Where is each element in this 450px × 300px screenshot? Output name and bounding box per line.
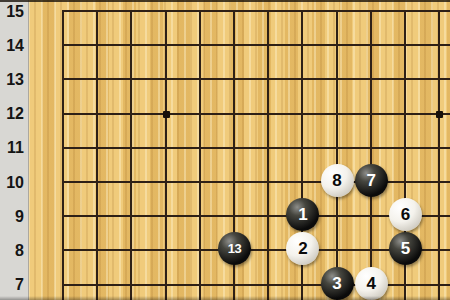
- grid-cell: [62, 78, 96, 112]
- grid-cell: [404, 147, 438, 181]
- bottom-edge-shade: [0, 296, 450, 300]
- move-number: 7: [367, 172, 376, 189]
- go-board-screen: 1234567813 151413121110987: [0, 0, 450, 300]
- grid-cell: [165, 215, 199, 249]
- grid-cell: [165, 147, 199, 181]
- grid-cell: [267, 113, 301, 147]
- move-number: 8: [332, 172, 341, 189]
- grid-cell: [370, 113, 404, 147]
- grid-cell: [96, 249, 130, 283]
- grid-cell: [130, 78, 164, 112]
- grid-cell: [199, 78, 233, 112]
- star-point: [436, 111, 443, 118]
- move-number: 6: [401, 206, 410, 223]
- grid-cell: [370, 10, 404, 44]
- grid-cell: [62, 10, 96, 44]
- grid-cell: [233, 147, 267, 181]
- grid-cell: [336, 215, 370, 249]
- grid-cell: [267, 147, 301, 181]
- row-label-15: 15: [0, 3, 24, 21]
- grid-cell: [62, 181, 96, 215]
- grid-cell: [301, 44, 335, 78]
- grid-cell: [267, 44, 301, 78]
- row-label-9: 9: [0, 208, 24, 226]
- grid-cell: [438, 215, 450, 249]
- grid-cell: [130, 181, 164, 215]
- stone-move-4-white: 4: [355, 267, 388, 300]
- row-label-13: 13: [0, 71, 24, 89]
- grid-cell: [233, 181, 267, 215]
- grid-cell: [438, 44, 450, 78]
- grid-cell: [130, 113, 164, 147]
- grid-cell: [267, 78, 301, 112]
- move-number: 2: [298, 240, 307, 257]
- grid-cell: [233, 113, 267, 147]
- grid-cell: [438, 113, 450, 147]
- grid-cell: [96, 10, 130, 44]
- grid-cell: [130, 215, 164, 249]
- grid-cell: [96, 215, 130, 249]
- grid-cell: [96, 181, 130, 215]
- grid-cell: [404, 44, 438, 78]
- grid-cell: [62, 215, 96, 249]
- grid-cell: [301, 113, 335, 147]
- grid-cell: [199, 44, 233, 78]
- grid-cell: [130, 249, 164, 283]
- row-label-14: 14: [0, 37, 24, 55]
- grid-cell: [96, 78, 130, 112]
- grid-cell: [62, 147, 96, 181]
- grid-cell: [165, 44, 199, 78]
- grid-cell: [233, 78, 267, 112]
- move-number: 5: [401, 240, 410, 257]
- grid-cell: [165, 249, 199, 283]
- grid-cell: [130, 10, 164, 44]
- grid-cell: [370, 78, 404, 112]
- row-label-10: 10: [0, 174, 24, 192]
- grid-cell: [233, 44, 267, 78]
- grid-cell: [336, 78, 370, 112]
- stone-move-8-white: 8: [321, 164, 354, 197]
- grid-cell: [336, 44, 370, 78]
- move-number: 1: [298, 206, 307, 223]
- move-number: 4: [367, 275, 376, 292]
- grid-cell: [165, 10, 199, 44]
- grid-cell: [404, 10, 438, 44]
- row-label-8: 8: [0, 242, 24, 260]
- grid-cell: [370, 44, 404, 78]
- grid-cell: [96, 113, 130, 147]
- grid-cell: [336, 113, 370, 147]
- grid-cell: [130, 44, 164, 78]
- stone-move-3-black: 3: [321, 267, 354, 300]
- grid-cell: [438, 181, 450, 215]
- star-point: [163, 111, 170, 118]
- grid-cell: [62, 113, 96, 147]
- grid-cell: [301, 78, 335, 112]
- grid-cell: [404, 78, 438, 112]
- stone-move-6-white: 6: [389, 198, 422, 231]
- grid-cell: [96, 147, 130, 181]
- top-edge-border: [0, 0, 450, 2]
- grid-cell: [301, 10, 335, 44]
- stone-move-7-black: 7: [355, 164, 388, 197]
- grid-cell: [62, 44, 96, 78]
- grid-cell: [233, 10, 267, 44]
- grid-cell: [336, 10, 370, 44]
- grid-cell: [165, 113, 199, 147]
- move-number: 13: [228, 242, 241, 255]
- grid-cell: [199, 113, 233, 147]
- grid-cell: [199, 10, 233, 44]
- grid-cell: [199, 147, 233, 181]
- move-number: 3: [332, 275, 341, 292]
- grid-cell: [199, 181, 233, 215]
- grid-cell: [165, 78, 199, 112]
- row-label-11: 11: [0, 139, 24, 157]
- grid-cell: [438, 147, 450, 181]
- grid-cell: [438, 78, 450, 112]
- grid-cell: [438, 10, 450, 44]
- row-label-12: 12: [0, 105, 24, 123]
- row-label-7: 7: [0, 276, 24, 294]
- grid-cell: [438, 249, 450, 283]
- grid-cell: [165, 181, 199, 215]
- row-coordinate-strip: 151413121110987: [0, 0, 29, 300]
- grid-cell: [96, 44, 130, 78]
- grid-cell: [404, 113, 438, 147]
- grid-cell: [267, 10, 301, 44]
- grid-cell: [130, 147, 164, 181]
- grid-cell: [62, 249, 96, 283]
